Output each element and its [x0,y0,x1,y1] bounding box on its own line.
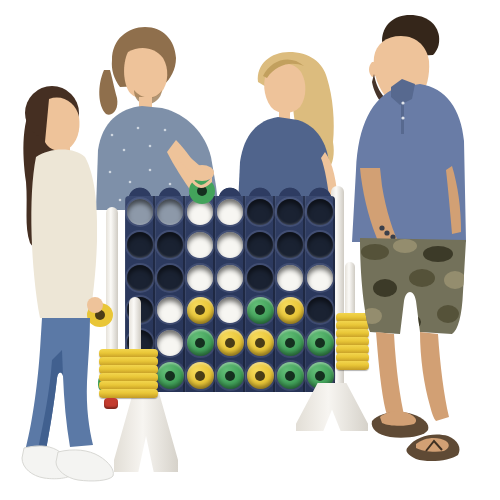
board-cell [185,261,215,294]
front-arm [360,168,401,259]
board-cell [305,294,335,327]
board-cell [305,327,335,360]
yellow-disc [277,297,304,324]
face [374,36,430,105]
board-cell [185,359,215,392]
empty-slot [157,330,183,356]
hand-over-disc [393,240,419,254]
sneaker-back [22,446,74,479]
flip-flop-back [406,434,459,461]
empty-slot [277,232,303,258]
green-disc [277,329,304,356]
board-cell [155,294,185,327]
empty-slot [217,199,243,225]
yellow-disc [187,362,214,389]
neck [396,104,413,118]
empty-slot [157,232,183,258]
spare-yellow-disc [99,389,158,398]
hand [87,297,103,313]
empty-slot [157,199,183,225]
board-cell [215,294,245,327]
empty-slot [247,199,273,225]
hair-back [258,52,334,172]
beard [372,74,428,115]
held-yellow-disc [393,243,425,275]
empty-slot [307,265,333,291]
nose [369,62,379,77]
board-cell [185,294,215,327]
sandal-strap [426,441,442,451]
empty-slot [217,297,243,323]
hair-back [23,96,59,251]
board-cell [215,196,245,229]
wrist [178,152,200,174]
board-cell [125,229,155,262]
empty-slot [157,297,183,323]
hair [382,15,439,57]
polo-shirt [352,84,466,242]
board-cell [275,229,305,262]
empty-slot [127,232,153,258]
green-disc [217,362,244,389]
storage-rod-right [345,262,355,316]
foot-back [416,438,449,452]
empty-slot [247,232,273,258]
camo-shorts [360,238,466,334]
yellow-disc [187,297,214,324]
empty-slot [127,199,153,225]
product-photo-scene [0,0,500,500]
yellow-disc [247,329,274,356]
polo-placket [401,94,404,134]
polo-collar [391,79,415,105]
empty-slot [187,265,213,291]
green-disc [307,329,334,356]
held-disc-hole [95,310,105,320]
storage-rod-left-tall [106,207,118,353]
board-cell [185,196,215,229]
board-cell [245,261,275,294]
camo-pattern [361,239,466,329]
green-disc [277,362,304,389]
empty-slot [157,265,183,291]
board-cell [245,229,275,262]
board-cell [125,261,155,294]
jeans-shadow [38,350,63,450]
ponytail [99,70,117,115]
finger-ring [411,249,415,253]
board-cell [215,261,245,294]
board-cell [275,294,305,327]
board-cell [215,229,245,262]
board-cell [155,261,185,294]
polo-button [401,116,404,119]
face [124,48,167,99]
back-leg [420,332,449,421]
board-cell [125,196,155,229]
face [264,63,305,113]
board-cell [305,261,335,294]
flip-flop-front [372,412,429,438]
green-disc [157,362,184,389]
gripping-hand [190,165,214,181]
yellow-disc [247,362,274,389]
board-cell [305,196,335,229]
board-cell [245,196,275,229]
hair [112,27,176,87]
board-cell [275,196,305,229]
far-arm [446,166,461,234]
jeans [26,318,93,450]
neck [139,97,152,110]
empty-slot [307,297,333,323]
empty-slot [307,232,333,258]
board-cell [215,327,245,360]
empty-slot [247,265,273,291]
sneaker-front [56,450,113,481]
board-cell [275,327,305,360]
sweater [31,150,97,319]
empty-slot [187,199,213,225]
board-cell [275,261,305,294]
board-cell [155,196,185,229]
spare-disc-stack-left [99,350,158,398]
face [45,98,80,151]
hair-front [263,59,304,78]
bracelet [379,225,395,239]
front-leg [376,332,405,421]
board-cell [155,229,185,262]
green-disc [247,297,274,324]
spare-disc-stack-right [336,314,369,370]
empty-slot [127,265,153,291]
polo-button [401,101,404,104]
held-disc-hole [403,253,415,265]
board-cell [155,359,185,392]
board-cell [275,359,305,392]
board-cell [215,359,245,392]
empty-slot [307,199,333,225]
empty-slot [277,265,303,291]
empty-slot [217,265,243,291]
foot-front [380,411,416,426]
board-cell [185,327,215,360]
release-knob-red [104,398,118,409]
board-cell [305,229,335,262]
beard [134,90,162,104]
neck [56,142,70,155]
frame-leg-left [114,392,178,472]
yellow-disc [217,329,244,356]
empty-slot [217,232,243,258]
green-disc [187,329,214,356]
empty-slot [277,199,303,225]
board-cell [185,229,215,262]
board-cell [155,327,185,360]
board-cell [245,359,275,392]
neck [279,109,290,120]
storage-rod-left-short [129,297,141,353]
board-cell [245,294,275,327]
hair-head [25,86,79,140]
reaching-arm [167,140,206,194]
board-cell [245,327,275,360]
spare-yellow-disc [336,361,369,370]
empty-slot [187,232,213,258]
